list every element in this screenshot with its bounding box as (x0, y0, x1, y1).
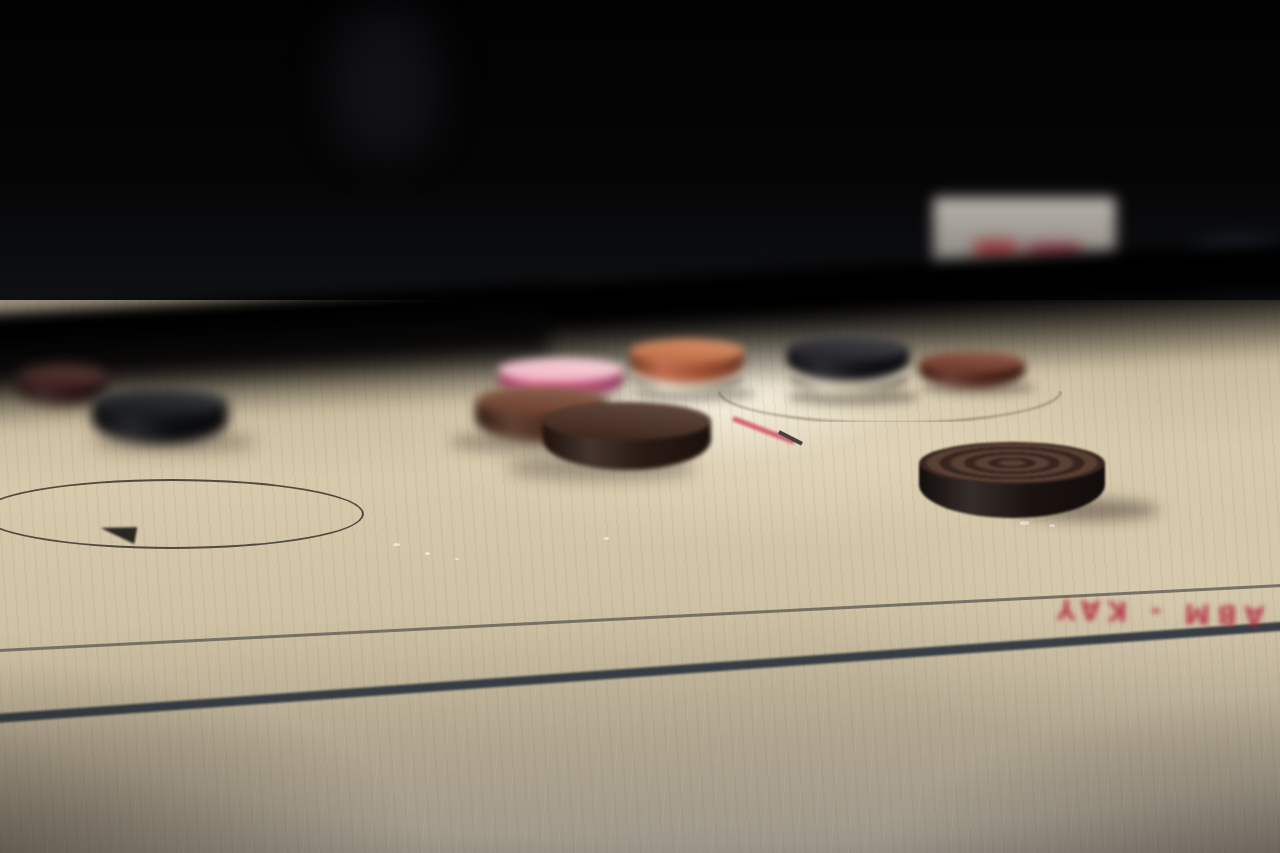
carrom-man-brown-foreground (543, 402, 711, 470)
background-light-streak (330, 8, 440, 158)
carrom-striker-salmon (630, 339, 744, 383)
carrom-board-photo: ABM - KAY (0, 0, 1280, 853)
carrom-man-black-stacked (787, 336, 909, 381)
carrom-man-black-left (92, 388, 228, 444)
carrom-man-dark-in-focus (919, 442, 1105, 518)
carrom-pieces-layer (0, 300, 1280, 853)
carrom-board-surface: ABM - KAY (0, 300, 1280, 853)
carrom-man-brown-far-right (919, 351, 1025, 388)
